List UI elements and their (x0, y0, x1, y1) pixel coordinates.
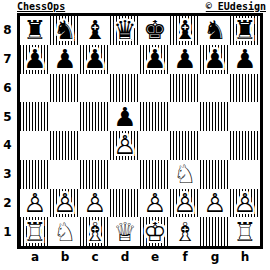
square-e8[interactable]: ♚ (140, 16, 170, 45)
rank-label-7: 7 (0, 45, 15, 74)
black-knight[interactable]: ♞ (53, 17, 76, 43)
square-d8[interactable]: ♛ (110, 16, 140, 45)
square-h3[interactable] (230, 160, 260, 189)
square-h4[interactable] (230, 131, 260, 160)
square-f4[interactable] (170, 131, 200, 160)
square-g1[interactable] (200, 217, 230, 246)
black-bishop[interactable]: ♝ (173, 17, 196, 43)
square-f3[interactable]: ♞♘ (170, 160, 200, 189)
rank-label-2: 2 (0, 189, 15, 218)
white-rook-outline: ♖ (233, 217, 256, 247)
square-a2[interactable]: ♟♙ (20, 189, 50, 218)
white-pawn[interactable]: ♟♙ (83, 190, 106, 216)
white-queen[interactable]: ♛♕ (113, 219, 136, 245)
chess-board[interactable]: ♜♞♝♛♚♝♞♜♟♟♟♟♟♟♟♟♟♙♞♘♟♙♟♙♟♙♟♙♟♙♟♙♟♙♜♖♞♘♝♗… (17, 13, 263, 249)
square-f2[interactable]: ♟♙ (170, 189, 200, 218)
square-a5[interactable] (20, 102, 50, 131)
square-d3[interactable] (110, 160, 140, 189)
file-label-e: e (140, 250, 170, 264)
white-pawn-outline: ♙ (143, 188, 166, 218)
square-h5[interactable] (230, 102, 260, 131)
square-e7[interactable]: ♟ (140, 45, 170, 74)
white-knight-outline: ♘ (173, 159, 196, 189)
rank-label-4: 4 (0, 131, 15, 160)
square-b5[interactable] (50, 102, 80, 131)
square-f6[interactable] (170, 74, 200, 103)
white-knight[interactable]: ♞♘ (173, 161, 196, 187)
rank-label-1: 1 (0, 217, 15, 246)
square-g2[interactable]: ♟♙ (200, 189, 230, 218)
rank-label-8: 8 (0, 16, 15, 45)
white-pawn-outline: ♙ (203, 188, 226, 218)
file-label-b: b (50, 250, 80, 264)
white-pawn[interactable]: ♟♙ (173, 190, 196, 216)
black-bishop[interactable]: ♝ (83, 17, 106, 43)
white-rook[interactable]: ♜♖ (233, 219, 256, 245)
square-f8[interactable]: ♝ (170, 16, 200, 45)
square-b2[interactable]: ♟♙ (50, 189, 80, 218)
rank-label-5: 5 (0, 102, 15, 131)
white-pawn[interactable]: ♟♙ (23, 190, 46, 216)
file-label-g: g (200, 250, 230, 264)
square-a1[interactable]: ♜♖ (20, 217, 50, 246)
white-pawn-outline: ♙ (53, 188, 76, 218)
white-pawn-outline: ♙ (233, 188, 256, 218)
white-pawn[interactable]: ♟♙ (143, 190, 166, 216)
black-pawn[interactable]: ♟ (53, 46, 76, 72)
black-pawn[interactable]: ♟ (173, 46, 196, 72)
square-b7[interactable]: ♟ (50, 45, 80, 74)
square-e5[interactable] (140, 102, 170, 131)
white-knight-outline: ♘ (53, 217, 76, 247)
square-b1[interactable]: ♞♘ (50, 217, 80, 246)
square-c4[interactable] (80, 131, 110, 160)
square-a3[interactable] (20, 160, 50, 189)
white-knight[interactable]: ♞♘ (53, 219, 76, 245)
black-pawn[interactable]: ♟ (233, 46, 256, 72)
square-h2[interactable]: ♟♙ (230, 189, 260, 218)
white-rook[interactable]: ♜♖ (23, 219, 46, 245)
black-rook[interactable]: ♜ (23, 17, 46, 43)
rank-labels: 87654321 (0, 16, 15, 246)
square-c1[interactable]: ♝♗ (80, 217, 110, 246)
white-bishop-outline: ♗ (173, 217, 196, 247)
white-king-outline: ♔ (143, 217, 166, 247)
square-e6[interactable] (140, 74, 170, 103)
square-e2[interactable]: ♟♙ (140, 189, 170, 218)
square-g6[interactable] (200, 74, 230, 103)
black-king[interactable]: ♚ (143, 17, 166, 43)
white-pawn[interactable]: ♟♙ (233, 190, 256, 216)
white-pawn-outline: ♙ (23, 188, 46, 218)
square-g7[interactable]: ♟ (200, 45, 230, 74)
rank-label-3: 3 (0, 160, 15, 189)
square-b8[interactable]: ♞ (50, 16, 80, 45)
square-g3[interactable] (200, 160, 230, 189)
square-a6[interactable] (20, 74, 50, 103)
square-b3[interactable] (50, 160, 80, 189)
square-d2[interactable] (110, 189, 140, 218)
white-bishop-outline: ♗ (83, 217, 106, 247)
white-rook-outline: ♖ (23, 217, 46, 247)
square-c6[interactable] (80, 74, 110, 103)
square-b4[interactable] (50, 131, 80, 160)
square-f7[interactable]: ♟ (170, 45, 200, 74)
square-g5[interactable] (200, 102, 230, 131)
file-labels: abcdefgh (20, 250, 260, 264)
square-d1[interactable]: ♛♕ (110, 217, 140, 246)
square-e3[interactable] (140, 160, 170, 189)
black-pawn[interactable]: ♟ (113, 104, 136, 130)
square-e1[interactable]: ♚♔ (140, 217, 170, 246)
white-pawn-outline: ♙ (113, 130, 136, 160)
black-pawn[interactable]: ♟ (143, 46, 166, 72)
file-label-a: a (20, 250, 50, 264)
square-a4[interactable] (20, 131, 50, 160)
square-c2[interactable]: ♟♙ (80, 189, 110, 218)
white-pawn[interactable]: ♟♙ (53, 190, 76, 216)
square-d6[interactable] (110, 74, 140, 103)
black-pawn[interactable]: ♟ (23, 46, 46, 72)
credit-link[interactable]: © EUdesign (206, 1, 266, 12)
black-pawn[interactable]: ♟ (203, 46, 226, 72)
white-queen-outline: ♕ (113, 217, 136, 247)
white-bishop[interactable]: ♝♗ (83, 219, 106, 245)
square-f1[interactable]: ♝♗ (170, 217, 200, 246)
square-g4[interactable] (200, 131, 230, 160)
file-label-d: d (110, 250, 140, 264)
square-a7[interactable]: ♟ (20, 45, 50, 74)
square-h7[interactable]: ♟ (230, 45, 260, 74)
square-c5[interactable] (80, 102, 110, 131)
square-a8[interactable]: ♜ (20, 16, 50, 45)
square-c3[interactable] (80, 160, 110, 189)
file-label-f: f (170, 250, 200, 264)
square-h6[interactable] (230, 74, 260, 103)
square-b6[interactable] (50, 74, 80, 103)
white-king[interactable]: ♚♔ (143, 219, 166, 245)
white-pawn[interactable]: ♟♙ (203, 190, 226, 216)
square-e4[interactable] (140, 131, 170, 160)
square-g8[interactable]: ♞ (200, 16, 230, 45)
white-pawn[interactable]: ♟♙ (113, 132, 136, 158)
black-rook[interactable]: ♜ (233, 17, 256, 43)
square-d5[interactable]: ♟ (110, 102, 140, 131)
square-c7[interactable]: ♟ (80, 45, 110, 74)
square-c8[interactable]: ♝ (80, 16, 110, 45)
black-knight[interactable]: ♞ (203, 17, 226, 43)
white-bishop[interactable]: ♝♗ (173, 219, 196, 245)
square-d4[interactable]: ♟♙ (110, 131, 140, 160)
white-pawn-outline: ♙ (83, 188, 106, 218)
black-pawn[interactable]: ♟ (83, 46, 106, 72)
square-f5[interactable] (170, 102, 200, 131)
square-d7[interactable] (110, 45, 140, 74)
square-h1[interactable]: ♜♖ (230, 217, 260, 246)
square-h8[interactable]: ♜ (230, 16, 260, 45)
black-queen[interactable]: ♛ (113, 17, 136, 43)
chessops-title-link[interactable]: ChessOps (17, 1, 65, 12)
file-label-c: c (80, 250, 110, 264)
white-pawn-outline: ♙ (173, 188, 196, 218)
file-label-h: h (230, 250, 260, 264)
rank-label-6: 6 (0, 74, 15, 103)
